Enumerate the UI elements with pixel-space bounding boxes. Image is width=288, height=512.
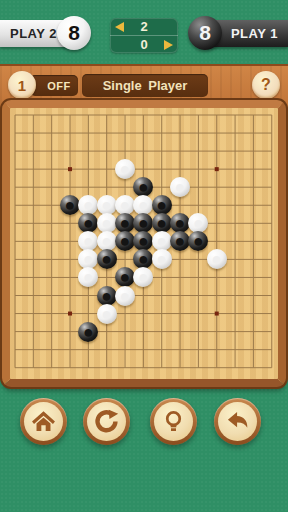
star-point	[215, 312, 219, 316]
score-row-player2: 2	[110, 18, 178, 36]
stone-white: ●	[152, 231, 172, 251]
game-screen: PLAY 2 8 2 0 PLAY 1 8 OFF 1 Single Playe…	[0, 0, 288, 512]
stone-white: ●	[97, 195, 117, 215]
game-board: ●●●●●●●●●●●●●●●●●●●●●●●●●●●●●●●●●●●	[2, 100, 286, 387]
home-button[interactable]	[20, 398, 67, 445]
stone-white: ●	[152, 249, 172, 269]
stone-white: ●	[97, 231, 117, 251]
stone-white: ●	[97, 304, 117, 324]
help-label: ?	[261, 76, 271, 94]
stone-black: ●	[152, 213, 172, 233]
black-ball-number: 8	[199, 21, 211, 45]
help-button[interactable]: ?	[252, 71, 280, 99]
star-point	[215, 167, 219, 171]
toggle-off-pill[interactable]: OFF	[30, 75, 78, 96]
restart-icon	[87, 402, 126, 441]
white-ball-number: 8	[68, 21, 80, 45]
star-point	[68, 312, 72, 316]
stone-black: ●	[97, 249, 117, 269]
undo-arrow-icon	[218, 402, 257, 441]
mode-label: Single Player	[103, 78, 188, 93]
counter-label: 1	[18, 77, 26, 94]
board-surface[interactable]: ●●●●●●●●●●●●●●●●●●●●●●●●●●●●●●●●●●●	[10, 108, 278, 379]
stone-black: ●	[78, 322, 98, 342]
home-icon	[24, 402, 63, 441]
player1-score: 0	[140, 37, 147, 52]
stone-white: ●	[207, 249, 227, 269]
lightbulb-icon	[154, 402, 193, 441]
black-eight-ball-icon: 8	[188, 16, 222, 50]
score-box: 2 0	[110, 18, 178, 53]
toggle-off-label: OFF	[47, 80, 71, 92]
player2-score: 2	[140, 19, 147, 34]
score-row-player1: 0	[110, 36, 178, 53]
counter-button[interactable]: 1	[8, 71, 36, 99]
stone-black: ●	[97, 286, 117, 306]
white-eight-ball-icon: 8	[57, 16, 91, 50]
player2-label: PLAY 2	[10, 26, 57, 41]
score-arrow-right-icon	[164, 40, 173, 50]
stone-black: ●	[152, 195, 172, 215]
undo-button[interactable]	[214, 398, 261, 445]
star-point	[68, 167, 72, 171]
stone-white: ●	[115, 286, 135, 306]
stone-white: ●	[97, 213, 117, 233]
restart-button[interactable]	[83, 398, 130, 445]
hint-button[interactable]	[150, 398, 197, 445]
player1-label: PLAY 1	[231, 26, 278, 41]
mode-plaque: Single Player	[82, 74, 208, 97]
score-arrow-left-icon	[115, 22, 124, 32]
